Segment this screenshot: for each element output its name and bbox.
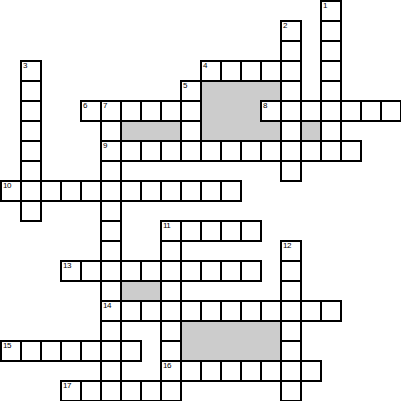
cell-r8-c1[interactable] (20, 160, 42, 182)
cell-r15-c6[interactable] (120, 300, 142, 322)
cell-r7-c11[interactable] (220, 140, 242, 162)
cell-r3-c12[interactable] (240, 60, 262, 82)
cell-r9-c0[interactable]: 10 (0, 180, 22, 202)
cell-r9-c5[interactable] (100, 180, 122, 202)
cell-r13-c12[interactable] (240, 260, 262, 282)
cell-r13-c9[interactable] (180, 260, 202, 282)
clue-number-3: 3 (23, 62, 27, 70)
cell-r7-c1[interactable] (20, 140, 42, 162)
cell-r13-c4[interactable] (80, 260, 102, 282)
cell-r15-c8[interactable] (160, 300, 182, 322)
cell-r6-c5[interactable] (100, 120, 122, 142)
cell-r5-c7[interactable] (140, 100, 162, 122)
cell-r13-c7[interactable] (140, 260, 162, 282)
cell-r3-c10[interactable]: 4 (200, 60, 222, 82)
clue-number-9: 9 (103, 142, 107, 150)
cell-r5-c1[interactable] (20, 100, 42, 122)
cell-r18-c14[interactable] (280, 360, 302, 382)
cell-r16-c5[interactable] (100, 320, 122, 342)
cell-r4-c9[interactable]: 5 (180, 80, 202, 102)
cell-r5-c16[interactable] (320, 100, 342, 122)
cell-r18-c12[interactable] (240, 360, 262, 382)
cell-r7-c15[interactable] (300, 140, 322, 162)
cell-r5-c4[interactable]: 6 (80, 100, 102, 122)
cell-r17-c4[interactable] (80, 340, 102, 362)
clue-number-2: 2 (283, 22, 287, 30)
cell-r13-c14[interactable] (280, 260, 302, 282)
cell-r18-c13[interactable] (260, 360, 282, 382)
shaded-region-2 (120, 120, 180, 140)
cell-r17-c1[interactable] (20, 340, 42, 362)
cell-r4-c1[interactable] (20, 80, 42, 102)
cell-r19-c4[interactable] (80, 380, 102, 401)
cell-r15-c13[interactable] (260, 300, 282, 322)
clue-number-6: 6 (83, 102, 87, 110)
cell-r13-c8[interactable] (160, 260, 182, 282)
clue-number-14: 14 (103, 302, 111, 310)
clue-number-16: 16 (163, 362, 171, 370)
cell-r17-c3[interactable] (60, 340, 82, 362)
clue-number-11: 11 (163, 222, 170, 230)
cell-r19-c7[interactable] (140, 380, 162, 401)
cell-r9-c11[interactable] (220, 180, 242, 202)
cell-r1-c14[interactable]: 2 (280, 20, 302, 42)
cell-r9-c10[interactable] (200, 180, 222, 202)
cell-r9-c2[interactable] (40, 180, 62, 202)
shaded-region-3 (300, 120, 320, 140)
cell-r8-c14[interactable] (280, 160, 302, 182)
cell-r6-c9[interactable] (180, 120, 202, 142)
clue-number-7: 7 (103, 102, 107, 110)
cell-r19-c6[interactable] (120, 380, 142, 401)
cell-r3-c1[interactable]: 3 (20, 60, 42, 82)
cell-r11-c10[interactable] (200, 220, 222, 242)
cell-r5-c17[interactable] (340, 100, 362, 122)
cell-r19-c5[interactable] (100, 380, 122, 401)
crossword-board: 1234567891011121314151617 (0, 0, 401, 401)
cell-r0-c16[interactable]: 1 (320, 0, 342, 22)
cell-r7-c17[interactable] (340, 140, 362, 162)
cell-r17-c14[interactable] (280, 340, 302, 362)
cell-r16-c14[interactable] (280, 320, 302, 342)
cell-r15-c12[interactable] (240, 300, 262, 322)
cell-r17-c0[interactable]: 15 (0, 340, 22, 362)
cell-r8-c5[interactable] (100, 160, 122, 182)
cell-r14-c5[interactable] (100, 280, 122, 302)
cell-r11-c5[interactable] (100, 220, 122, 242)
cell-r3-c11[interactable] (220, 60, 242, 82)
cell-r18-c5[interactable] (100, 360, 122, 382)
cell-r6-c1[interactable] (20, 120, 42, 142)
cell-r5-c15[interactable] (300, 100, 322, 122)
cell-r5-c5[interactable]: 7 (100, 100, 122, 122)
cell-r7-c13[interactable] (260, 140, 282, 162)
clue-number-8: 8 (263, 102, 267, 110)
cell-r11-c9[interactable] (180, 220, 202, 242)
cell-r19-c8[interactable] (160, 380, 182, 401)
cell-r3-c13[interactable] (260, 60, 282, 82)
shaded-region-5 (180, 320, 280, 360)
cell-r7-c6[interactable] (120, 140, 142, 162)
cell-r10-c5[interactable] (100, 200, 122, 222)
clue-number-4: 4 (203, 62, 207, 70)
cell-r2-c14[interactable] (280, 40, 302, 62)
cell-r5-c18[interactable] (360, 100, 382, 122)
cell-r19-c3[interactable]: 17 (60, 380, 82, 401)
cell-r3-c14[interactable] (280, 60, 302, 82)
cell-r9-c3[interactable] (60, 180, 82, 202)
cell-r17-c6[interactable] (120, 340, 142, 362)
cell-r15-c9[interactable] (180, 300, 202, 322)
cell-r17-c8[interactable] (160, 340, 182, 362)
cell-r9-c9[interactable] (180, 180, 202, 202)
clue-number-5: 5 (183, 82, 187, 90)
cell-r18-c9[interactable] (180, 360, 202, 382)
cell-r12-c14[interactable]: 12 (280, 240, 302, 262)
cell-r14-c14[interactable] (280, 280, 302, 302)
cell-r15-c16[interactable] (320, 300, 342, 322)
cell-r7-c7[interactable] (140, 140, 162, 162)
cell-r15-c10[interactable] (200, 300, 222, 322)
cell-r13-c5[interactable] (100, 260, 122, 282)
clue-number-12: 12 (283, 242, 291, 250)
clue-number-1: 1 (323, 2, 327, 10)
cell-r11-c12[interactable] (240, 220, 262, 242)
cell-r18-c8[interactable]: 16 (160, 360, 182, 382)
cell-r18-c10[interactable] (200, 360, 222, 382)
cell-r5-c14[interactable] (280, 100, 302, 122)
cell-r15-c5[interactable]: 14 (100, 300, 122, 322)
cell-r7-c14[interactable] (280, 140, 302, 162)
cell-r5-c6[interactable] (120, 100, 142, 122)
cell-r9-c1[interactable] (20, 180, 42, 202)
cell-r18-c11[interactable] (220, 360, 242, 382)
cell-r6-c14[interactable] (280, 120, 302, 142)
cell-r5-c19[interactable] (380, 100, 401, 122)
cell-r16-c8[interactable] (160, 320, 182, 342)
cell-r18-c15[interactable] (300, 360, 322, 382)
clue-number-15: 15 (3, 342, 11, 350)
cell-r2-c16[interactable] (320, 40, 342, 62)
clue-number-10: 10 (3, 182, 11, 190)
cell-r11-c8[interactable]: 11 (160, 220, 182, 242)
cell-r5-c9[interactable] (180, 100, 202, 122)
cell-r15-c7[interactable] (140, 300, 162, 322)
cell-r6-c16[interactable] (320, 120, 342, 142)
cell-r17-c5[interactable] (100, 340, 122, 362)
cell-r1-c16[interactable] (320, 20, 342, 42)
cell-r3-c16[interactable] (320, 60, 342, 82)
cell-r5-c13[interactable]: 8 (260, 100, 282, 122)
cell-r15-c11[interactable] (220, 300, 242, 322)
cell-r19-c14[interactable] (280, 380, 302, 401)
shaded-region-4 (120, 280, 160, 300)
cell-r7-c5[interactable]: 9 (100, 140, 122, 162)
clue-number-13: 13 (63, 262, 71, 270)
cell-r7-c10[interactable] (200, 140, 222, 162)
cell-r10-c1[interactable] (20, 200, 42, 222)
cell-r7-c12[interactable] (240, 140, 262, 162)
cell-r15-c15[interactable] (300, 300, 322, 322)
cell-r9-c8[interactable] (160, 180, 182, 202)
cell-r13-c6[interactable] (120, 260, 142, 282)
cell-r9-c7[interactable] (140, 180, 162, 202)
cell-r13-c11[interactable] (220, 260, 242, 282)
cell-r13-c10[interactable] (200, 260, 222, 282)
cell-r12-c5[interactable] (100, 240, 122, 262)
cell-r12-c8[interactable] (160, 240, 182, 262)
cell-r14-c8[interactable] (160, 280, 182, 302)
cell-r13-c3[interactable]: 13 (60, 260, 82, 282)
cell-r9-c4[interactable] (80, 180, 102, 202)
cell-r7-c8[interactable] (160, 140, 182, 162)
cell-r7-c16[interactable] (320, 140, 342, 162)
cell-r17-c2[interactable] (40, 340, 62, 362)
cell-r4-c14[interactable] (280, 80, 302, 102)
cell-r4-c16[interactable] (320, 80, 342, 102)
cell-r7-c9[interactable] (180, 140, 202, 162)
clue-number-17: 17 (63, 382, 71, 390)
cell-r11-c11[interactable] (220, 220, 242, 242)
cell-r5-c8[interactable] (160, 100, 182, 122)
cell-r9-c6[interactable] (120, 180, 142, 202)
cell-r15-c14[interactable] (280, 300, 302, 322)
